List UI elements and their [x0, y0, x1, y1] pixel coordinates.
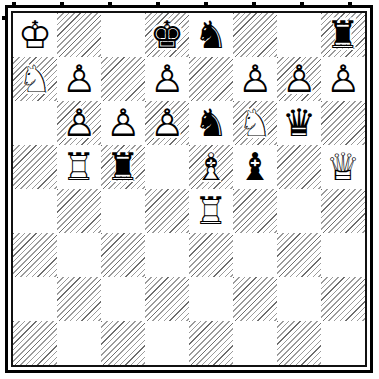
white-pawn-icon: ♙	[106, 101, 140, 145]
square-d8[interactable]: ♚♚	[145, 13, 189, 57]
square-e7[interactable]	[189, 57, 233, 101]
square-a5[interactable]	[13, 145, 57, 189]
square-d4[interactable]	[145, 189, 189, 233]
square-f5[interactable]: ♝♝	[233, 145, 277, 189]
piece-halo: ♝	[191, 141, 231, 193]
square-h8[interactable]: ♜♜	[321, 13, 365, 57]
white-pawn-icon: ♙	[62, 57, 96, 101]
white-bishop-icon: ♗	[194, 145, 228, 189]
piece-halo: ♛	[279, 97, 319, 149]
white-pawn-icon: ♙	[282, 57, 316, 101]
black-rook-icon: ♜	[106, 145, 140, 189]
square-a6[interactable]	[13, 101, 57, 145]
white-rook-icon: ♖	[194, 189, 228, 233]
square-d5[interactable]	[145, 145, 189, 189]
white-pawn-icon: ♙	[150, 101, 184, 145]
piece-halo: ♚	[15, 9, 55, 61]
board-inner-frame: ♚♔♚♚♞♞♜♜♞♘♟♙♟♙♟♙♟♙♟♙♟♙♟♙♟♙♞♞♞♘♛♛♜♖♜♜♝♗♝♝…	[11, 11, 367, 367]
square-c8[interactable]	[101, 13, 145, 57]
square-f1[interactable]	[233, 321, 277, 365]
square-f3[interactable]	[233, 233, 277, 277]
piece-halo: ♞	[15, 53, 55, 105]
square-d1[interactable]	[145, 321, 189, 365]
square-f2[interactable]	[233, 277, 277, 321]
black-rook-icon: ♜	[326, 13, 360, 57]
piece-halo: ♜	[59, 141, 99, 193]
piece-halo: ♟	[59, 97, 99, 149]
square-c6[interactable]: ♟♙	[101, 101, 145, 145]
square-e2[interactable]	[189, 277, 233, 321]
white-pawn-icon: ♙	[150, 57, 184, 101]
white-pawn-icon: ♙	[326, 57, 360, 101]
square-h7[interactable]: ♟♙	[321, 57, 365, 101]
black-queen-icon: ♛	[282, 101, 316, 145]
square-e1[interactable]	[189, 321, 233, 365]
square-g5[interactable]	[277, 145, 321, 189]
square-a2[interactable]	[13, 277, 57, 321]
white-queen-icon: ♕	[326, 145, 360, 189]
white-pawn-icon: ♙	[238, 57, 272, 101]
board-outer-frame: ♚♔♚♚♞♞♜♜♞♘♟♙♟♙♟♙♟♙♟♙♟♙♟♙♟♙♞♞♞♘♛♛♜♖♜♜♝♗♝♝…	[5, 5, 373, 373]
piece-halo: ♟	[147, 97, 187, 149]
chess-board: ♚♔♚♚♞♞♜♜♞♘♟♙♟♙♟♙♟♙♟♙♟♙♟♙♟♙♞♞♞♘♛♛♜♖♜♜♝♗♝♝…	[13, 13, 365, 365]
piece-halo: ♜	[323, 9, 363, 61]
square-d3[interactable]	[145, 233, 189, 277]
square-b4[interactable]	[57, 189, 101, 233]
square-c2[interactable]	[101, 277, 145, 321]
square-c5[interactable]: ♜♜	[101, 145, 145, 189]
black-king-icon: ♚	[150, 13, 184, 57]
square-a4[interactable]	[13, 189, 57, 233]
square-c7[interactable]	[101, 57, 145, 101]
square-d6[interactable]: ♟♙	[145, 101, 189, 145]
square-g8[interactable]	[277, 13, 321, 57]
square-h5[interactable]: ♛♕	[321, 145, 365, 189]
square-h6[interactable]	[321, 101, 365, 145]
square-h4[interactable]	[321, 189, 365, 233]
white-king-icon: ♔	[18, 13, 52, 57]
square-f6[interactable]: ♞♘	[233, 101, 277, 145]
piece-halo: ♟	[279, 53, 319, 105]
square-e6[interactable]: ♞♞	[189, 101, 233, 145]
square-c1[interactable]	[101, 321, 145, 365]
square-a7[interactable]: ♞♘	[13, 57, 57, 101]
square-e8[interactable]: ♞♞	[189, 13, 233, 57]
square-c4[interactable]	[101, 189, 145, 233]
square-c3[interactable]	[101, 233, 145, 277]
square-e5[interactable]: ♝♗	[189, 145, 233, 189]
square-g2[interactable]	[277, 277, 321, 321]
piece-halo: ♟	[323, 53, 363, 105]
piece-halo: ♚	[147, 9, 187, 61]
square-f4[interactable]	[233, 189, 277, 233]
square-e3[interactable]	[189, 233, 233, 277]
piece-halo: ♜	[191, 185, 231, 237]
square-g4[interactable]	[277, 189, 321, 233]
square-e4[interactable]: ♜♖	[189, 189, 233, 233]
white-pawn-icon: ♙	[62, 101, 96, 145]
square-f8[interactable]	[233, 13, 277, 57]
square-d2[interactable]	[145, 277, 189, 321]
square-b5[interactable]: ♜♖	[57, 145, 101, 189]
square-g6[interactable]: ♛♛	[277, 101, 321, 145]
piece-halo: ♞	[191, 9, 231, 61]
white-rook-icon: ♖	[62, 145, 96, 189]
white-knight-icon: ♘	[18, 57, 52, 101]
square-b7[interactable]: ♟♙	[57, 57, 101, 101]
piece-halo: ♟	[147, 53, 187, 105]
piece-halo: ♟	[59, 53, 99, 105]
square-h2[interactable]	[321, 277, 365, 321]
chess-diagram-page: { "game": "chess", "diagram_type": "prin…	[0, 0, 379, 379]
square-g3[interactable]	[277, 233, 321, 277]
piece-halo: ♜	[103, 141, 143, 193]
white-knight-icon: ♘	[238, 101, 272, 145]
square-b6[interactable]: ♟♙	[57, 101, 101, 145]
square-d7[interactable]: ♟♙	[145, 57, 189, 101]
square-b3[interactable]	[57, 233, 101, 277]
piece-halo: ♞	[235, 97, 275, 149]
square-h3[interactable]	[321, 233, 365, 277]
square-a8[interactable]: ♚♔	[13, 13, 57, 57]
square-g7[interactable]: ♟♙	[277, 57, 321, 101]
square-g1[interactable]	[277, 321, 321, 365]
square-f7[interactable]: ♟♙	[233, 57, 277, 101]
piece-halo: ♛	[323, 141, 363, 193]
square-h1[interactable]	[321, 321, 365, 365]
piece-halo: ♟	[103, 97, 143, 149]
black-knight-icon: ♞	[194, 101, 228, 145]
square-b1[interactable]	[57, 321, 101, 365]
square-b8[interactable]	[57, 13, 101, 57]
piece-halo: ♝	[235, 141, 275, 193]
piece-halo: ♞	[191, 97, 231, 149]
piece-halo: ♟	[235, 53, 275, 105]
black-knight-icon: ♞	[194, 13, 228, 57]
square-b2[interactable]	[57, 277, 101, 321]
square-a1[interactable]	[13, 321, 57, 365]
black-bishop-icon: ♝	[238, 145, 272, 189]
square-a3[interactable]	[13, 233, 57, 277]
